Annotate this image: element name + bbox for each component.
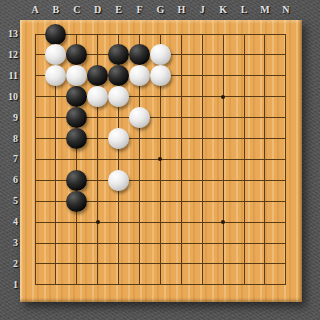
stone-black-C5 xyxy=(66,191,87,212)
col-label-B: B xyxy=(46,3,66,17)
row-label-6: 6 xyxy=(0,173,18,187)
col-label-N: N xyxy=(276,3,296,17)
row-label-7: 7 xyxy=(0,152,18,166)
col-label-J: J xyxy=(192,3,212,17)
go-board[interactable] xyxy=(20,20,302,302)
row-label-11: 11 xyxy=(0,69,18,83)
row-label-4: 4 xyxy=(0,215,18,229)
col-label-C: C xyxy=(67,3,87,17)
stone-white-E8 xyxy=(108,128,129,149)
stone-black-B13 xyxy=(45,24,66,45)
row-label-10: 10 xyxy=(0,90,18,104)
row-label-9: 9 xyxy=(0,111,18,125)
go-app-window: ABCDEFGHJKLMN 13121110987654321 xyxy=(0,0,320,320)
row-label-12: 12 xyxy=(0,48,18,62)
row-label-8: 8 xyxy=(0,132,18,146)
row-label-2: 2 xyxy=(0,257,18,271)
row-label-13: 13 xyxy=(0,27,18,41)
row-label-3: 3 xyxy=(0,236,18,250)
col-label-G: G xyxy=(150,3,170,17)
col-label-M: M xyxy=(255,3,275,17)
col-label-D: D xyxy=(88,3,108,17)
stone-white-F9 xyxy=(129,107,150,128)
col-label-L: L xyxy=(234,3,254,17)
stone-white-E6 xyxy=(108,170,129,191)
col-label-A: A xyxy=(25,3,45,17)
col-label-F: F xyxy=(130,3,150,17)
row-label-1: 1 xyxy=(0,278,18,292)
star-point-D4 xyxy=(96,220,100,224)
col-label-H: H xyxy=(171,3,191,17)
col-label-K: K xyxy=(213,3,233,17)
row-label-5: 5 xyxy=(0,194,18,208)
star-point-K10 xyxy=(221,95,225,99)
stone-black-C6 xyxy=(66,170,87,191)
col-label-E: E xyxy=(109,3,129,17)
